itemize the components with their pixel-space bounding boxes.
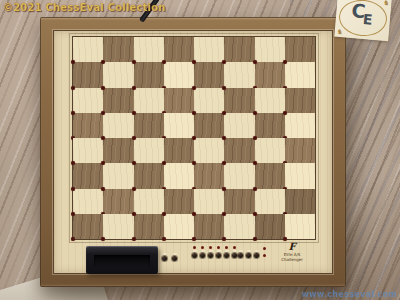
square-f3[interactable] [224, 163, 254, 188]
square-led [192, 212, 196, 216]
square-c8[interactable] [134, 37, 164, 62]
button-column [224, 246, 229, 258]
square-led [132, 60, 136, 64]
square-c7[interactable] [134, 62, 164, 87]
square-led [162, 161, 166, 165]
square-c1[interactable] [134, 214, 164, 239]
button-led [225, 246, 228, 249]
status-led [263, 247, 266, 250]
square-h7[interactable] [285, 62, 315, 87]
button-label-mark [217, 250, 221, 252]
button-label-mark [233, 250, 237, 252]
square-led [222, 237, 226, 241]
fidelity-brand-block: F Elite A/S Challenger [270, 241, 314, 262]
button-column [192, 246, 197, 258]
square-led [132, 136, 136, 140]
status-led [263, 254, 266, 257]
square-d1[interactable] [164, 214, 194, 239]
device-button[interactable] [192, 253, 197, 258]
square-led [71, 86, 75, 90]
square-led [132, 86, 136, 90]
square-led [222, 111, 226, 115]
square-a6[interactable] [73, 88, 103, 113]
square-h4[interactable] [285, 138, 315, 163]
square-led [192, 86, 196, 90]
chesseval-badge: C E ♞ ♞ [334, 0, 391, 41]
button-led [209, 246, 212, 249]
device-button[interactable] [216, 253, 221, 258]
square-e7[interactable] [194, 62, 224, 87]
square-b3[interactable] [103, 163, 133, 188]
square-d8[interactable] [164, 37, 194, 62]
square-led [132, 161, 136, 165]
square-led [101, 136, 105, 140]
square-led [253, 111, 257, 115]
square-a8[interactable] [73, 37, 103, 62]
square-d2[interactable] [164, 189, 194, 214]
square-e5[interactable] [194, 113, 224, 138]
square-led [222, 60, 226, 64]
square-e2[interactable] [194, 189, 224, 214]
square-g6[interactable] [255, 88, 285, 113]
button-column [172, 253, 177, 261]
square-led [101, 237, 105, 241]
button-column [238, 250, 243, 258]
square-led [71, 237, 75, 241]
square-d4[interactable] [164, 138, 194, 163]
square-a5[interactable] [73, 113, 103, 138]
square-led [101, 86, 105, 90]
button-column [254, 250, 259, 258]
square-led [283, 111, 287, 115]
square-c4[interactable] [134, 138, 164, 163]
square-h2[interactable] [285, 189, 315, 214]
square-led [253, 60, 257, 64]
watermark-copyright: ©2021 ChessEval Collection [3, 2, 166, 13]
square-g4[interactable] [255, 138, 285, 163]
button-column [200, 246, 205, 258]
square-g3[interactable] [255, 163, 285, 188]
square-led [132, 237, 136, 241]
square-f6[interactable] [224, 88, 254, 113]
square-d3[interactable] [164, 163, 194, 188]
square-g2[interactable] [255, 189, 285, 214]
button-group-left [162, 253, 177, 261]
square-h3[interactable] [285, 163, 315, 188]
button-label-mark [247, 250, 251, 252]
button-led [193, 246, 196, 249]
square-led [132, 111, 136, 115]
playing-area [72, 36, 316, 240]
button-column [216, 246, 221, 258]
square-led [192, 237, 196, 241]
button-led [201, 246, 204, 249]
square-h8[interactable] [285, 37, 315, 62]
button-led [217, 246, 220, 249]
watermark-url: www.chesseval.com [301, 290, 397, 299]
status-led-cluster [263, 247, 266, 257]
square-led [192, 111, 196, 115]
button-label-mark [173, 253, 177, 255]
square-h6[interactable] [285, 88, 315, 113]
square-d5[interactable] [164, 113, 194, 138]
square-led [253, 161, 257, 165]
device-button[interactable] [162, 256, 167, 261]
button-label-mark [193, 250, 197, 252]
square-led [192, 161, 196, 165]
square-g1[interactable] [255, 214, 285, 239]
square-led [132, 212, 136, 216]
square-e4[interactable] [194, 138, 224, 163]
square-a7[interactable] [73, 62, 103, 87]
device-button[interactable] [200, 253, 205, 258]
square-h5[interactable] [285, 113, 315, 138]
chess-computer-board: F Elite A/S Challenger [40, 17, 346, 287]
button-label-mark [163, 253, 167, 255]
square-a4[interactable] [73, 138, 103, 163]
square-led [71, 212, 75, 216]
square-c5[interactable] [134, 113, 164, 138]
button-led [233, 246, 236, 249]
fidelity-logo-icon: F [270, 241, 314, 252]
square-led [222, 161, 226, 165]
square-c6[interactable] [134, 88, 164, 113]
square-led [283, 60, 287, 64]
square-f1[interactable] [224, 214, 254, 239]
square-c3[interactable] [134, 163, 164, 188]
square-a1[interactable] [73, 214, 103, 239]
square-led [222, 86, 226, 90]
square-b4[interactable] [103, 138, 133, 163]
square-e3[interactable] [194, 163, 224, 188]
squares-grid [73, 37, 315, 239]
square-b2[interactable] [103, 189, 133, 214]
square-g7[interactable] [255, 62, 285, 87]
button-column [232, 246, 237, 258]
square-led [132, 187, 136, 191]
button-label-mark [239, 250, 243, 252]
lcd-screen [94, 255, 150, 267]
square-f7[interactable] [224, 62, 254, 87]
button-column [162, 253, 167, 261]
square-b8[interactable] [103, 37, 133, 62]
square-led [222, 187, 226, 191]
square-g8[interactable] [255, 37, 285, 62]
control-panel: F Elite A/S Challenger [54, 238, 332, 273]
square-f4[interactable] [224, 138, 254, 163]
square-led [192, 60, 196, 64]
device-button[interactable] [172, 256, 177, 261]
button-column [208, 246, 213, 258]
square-led [253, 136, 257, 140]
square-e1[interactable] [194, 214, 224, 239]
badge-monogram-e: E [362, 11, 373, 28]
device-button[interactable] [208, 253, 213, 258]
square-led [101, 60, 105, 64]
model-name-line2: Challenger [270, 257, 314, 262]
square-b5[interactable] [103, 113, 133, 138]
square-a2[interactable] [73, 189, 103, 214]
square-led [162, 60, 166, 64]
device-button[interactable] [238, 253, 243, 258]
square-led [71, 187, 75, 191]
square-h1[interactable] [285, 214, 315, 239]
square-led [162, 212, 166, 216]
button-label-mark [225, 250, 229, 252]
square-b1[interactable] [103, 214, 133, 239]
badge-knight-icon: ♞ [383, 0, 390, 7]
square-led [71, 161, 75, 165]
square-e8[interactable] [194, 37, 224, 62]
button-label-mark [255, 250, 259, 252]
square-led [71, 111, 75, 115]
square-a3[interactable] [73, 163, 103, 188]
square-d7[interactable] [164, 62, 194, 87]
lcd-display-module [86, 246, 158, 274]
device-button[interactable] [232, 253, 237, 258]
photo-background: F Elite A/S Challenger ©2021 ChessEval C… [0, 0, 400, 300]
badge-knight-icon: ♞ [336, 29, 343, 37]
square-led [101, 111, 105, 115]
square-b7[interactable] [103, 62, 133, 87]
square-led [253, 187, 257, 191]
device-button[interactable] [224, 253, 229, 258]
button-group-right [238, 250, 259, 258]
square-g5[interactable] [255, 113, 285, 138]
square-led [101, 161, 105, 165]
square-led [71, 60, 75, 64]
square-led [192, 136, 196, 140]
device-button[interactable] [246, 253, 251, 258]
square-b6[interactable] [103, 88, 133, 113]
button-label-mark [201, 250, 205, 252]
button-column [246, 250, 251, 258]
square-led [222, 212, 226, 216]
button-group-main [192, 246, 237, 258]
square-d6[interactable] [164, 88, 194, 113]
square-led [222, 136, 226, 140]
board-surface: F Elite A/S Challenger [54, 31, 332, 273]
square-f8[interactable] [224, 37, 254, 62]
square-c2[interactable] [134, 189, 164, 214]
button-label-mark [209, 250, 213, 252]
square-led [253, 212, 257, 216]
device-button[interactable] [254, 253, 259, 258]
square-led [101, 187, 105, 191]
square-f2[interactable] [224, 189, 254, 214]
square-e6[interactable] [194, 88, 224, 113]
square-f5[interactable] [224, 113, 254, 138]
